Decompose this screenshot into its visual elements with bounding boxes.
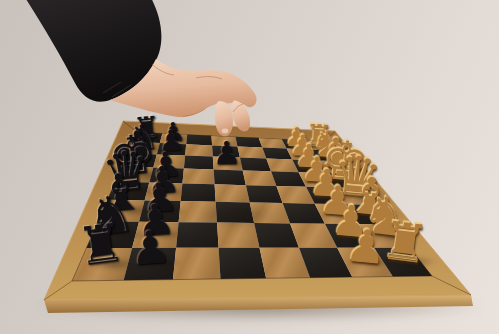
- board-square: [219, 248, 267, 279]
- black-pawn: ♟: [128, 224, 172, 273]
- board-square: [214, 169, 246, 185]
- white-pawn: ♟: [343, 222, 388, 271]
- board-square: [243, 170, 277, 186]
- board-square: [215, 184, 250, 202]
- board-square: [184, 156, 214, 170]
- chessboard: [0, 0, 499, 334]
- photo-scene: ♜♞♝♛♚♝♞♜♟♟♟♟♟♟♟♟♜♞♝♛♚♝♞♜♟♟♟♟♟♟♟♟: [0, 0, 499, 334]
- hand-shadow: [196, 202, 280, 228]
- black-rook: ♜: [75, 216, 128, 274]
- board-square: [238, 147, 267, 159]
- held-black-pawn: ♟: [213, 138, 242, 170]
